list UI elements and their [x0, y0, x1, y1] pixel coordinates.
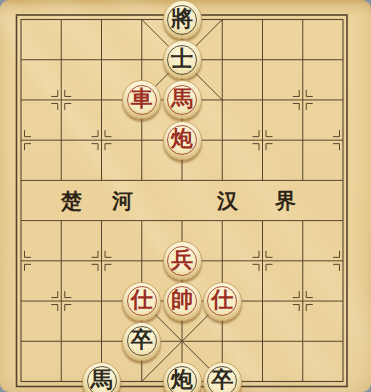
- piece-black-soldier[interactable]: 卒: [203, 362, 242, 392]
- piece-glyph: 仕: [131, 289, 153, 311]
- piece-glyph: 馬: [91, 369, 113, 391]
- piece-glyph: 帥: [171, 289, 193, 311]
- river-label-right: 汉界: [217, 189, 333, 213]
- piece-glyph: 卒: [131, 329, 153, 351]
- xiangqi-board[interactable]: 楚河 汉界 將士車馬炮兵仕帥仕卒馬炮卒: [0, 0, 371, 392]
- piece-black-advisor[interactable]: 士: [163, 40, 202, 79]
- piece-red-advisor[interactable]: 仕: [122, 282, 161, 321]
- piece-glyph: 馬: [171, 88, 193, 110]
- piece-glyph: 兵: [171, 249, 193, 271]
- piece-red-horse[interactable]: 馬: [163, 80, 202, 119]
- piece-glyph: 車: [131, 88, 153, 110]
- piece-glyph: 仕: [211, 289, 233, 311]
- piece-red-cannon[interactable]: 炮: [163, 121, 202, 160]
- piece-red-advisor[interactable]: 仕: [203, 282, 242, 321]
- piece-red-soldier[interactable]: 兵: [163, 241, 202, 280]
- piece-black-general[interactable]: 將: [163, 0, 202, 39]
- piece-red-general[interactable]: 帥: [163, 282, 202, 321]
- piece-glyph: 卒: [211, 369, 233, 391]
- piece-glyph: 炮: [171, 128, 193, 150]
- piece-glyph: 士: [171, 48, 193, 70]
- piece-black-cannon[interactable]: 炮: [163, 362, 202, 392]
- piece-glyph: 炮: [171, 369, 193, 391]
- piece-glyph: 將: [171, 8, 193, 30]
- piece-black-soldier[interactable]: 卒: [122, 322, 161, 361]
- river-label-left: 楚河: [61, 189, 163, 213]
